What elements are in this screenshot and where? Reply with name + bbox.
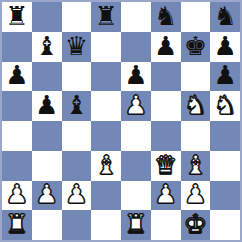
square-g8[interactable]	[181, 2, 211, 32]
square-a6[interactable]: ♟	[2, 62, 32, 92]
square-a8[interactable]: ♜	[2, 2, 32, 32]
white-pawn[interactable]: ♟	[65, 181, 88, 207]
square-f4[interactable]	[151, 121, 181, 151]
white-king[interactable]: ♚	[184, 211, 207, 237]
square-e6[interactable]: ♟	[121, 62, 151, 92]
square-e3[interactable]	[121, 151, 151, 181]
square-c3[interactable]	[62, 151, 92, 181]
black-queen[interactable]: ♛	[65, 33, 88, 59]
white-rook[interactable]: ♜	[5, 211, 28, 237]
square-a7[interactable]	[2, 32, 32, 62]
black-pawn[interactable]: ♟	[213, 33, 236, 59]
black-pawn[interactable]: ♟	[35, 92, 58, 118]
square-e1[interactable]: ♜	[121, 210, 151, 240]
square-d8[interactable]: ♜	[91, 2, 121, 32]
square-h2[interactable]	[210, 181, 240, 211]
square-c4[interactable]	[62, 121, 92, 151]
square-c1[interactable]	[62, 210, 92, 240]
square-b1[interactable]	[32, 210, 62, 240]
square-a3[interactable]	[2, 151, 32, 181]
square-b4[interactable]	[32, 121, 62, 151]
square-e4[interactable]	[121, 121, 151, 151]
square-d1[interactable]	[91, 210, 121, 240]
square-b6[interactable]	[32, 62, 62, 92]
square-g2[interactable]: ♟	[181, 181, 211, 211]
black-knight[interactable]: ♞	[213, 3, 236, 29]
square-b7[interactable]: ♝	[32, 32, 62, 62]
square-g4[interactable]	[181, 121, 211, 151]
square-e8[interactable]	[121, 2, 151, 32]
square-h5[interactable]: ♞	[210, 91, 240, 121]
square-c5[interactable]: ♝	[62, 91, 92, 121]
white-pawn[interactable]: ♟	[124, 92, 147, 118]
square-f7[interactable]: ♟	[151, 32, 181, 62]
square-g6[interactable]	[181, 62, 211, 92]
white-knight[interactable]: ♞	[184, 92, 207, 118]
square-h4[interactable]	[210, 121, 240, 151]
square-g1[interactable]: ♚	[181, 210, 211, 240]
black-bishop[interactable]: ♝	[35, 33, 58, 59]
square-d6[interactable]	[91, 62, 121, 92]
square-d3[interactable]: ♝	[91, 151, 121, 181]
square-g3[interactable]: ♝	[181, 151, 211, 181]
square-c7[interactable]: ♛	[62, 32, 92, 62]
square-b3[interactable]	[32, 151, 62, 181]
white-knight[interactable]: ♞	[213, 92, 236, 118]
black-rook[interactable]: ♜	[5, 3, 28, 29]
black-king[interactable]: ♚	[184, 33, 207, 59]
square-c6[interactable]	[62, 62, 92, 92]
square-f6[interactable]	[151, 62, 181, 92]
white-pawn[interactable]: ♟	[154, 181, 177, 207]
square-c8[interactable]	[62, 2, 92, 32]
black-pawn[interactable]: ♟	[154, 33, 177, 59]
white-bishop[interactable]: ♝	[94, 152, 117, 178]
black-knight[interactable]: ♞	[154, 3, 177, 29]
square-d5[interactable]	[91, 91, 121, 121]
white-rook[interactable]: ♜	[124, 211, 147, 237]
square-e5[interactable]: ♟	[121, 91, 151, 121]
square-g5[interactable]: ♞	[181, 91, 211, 121]
square-f5[interactable]	[151, 91, 181, 121]
square-f3[interactable]: ♛	[151, 151, 181, 181]
square-b2[interactable]: ♟	[32, 181, 62, 211]
white-pawn[interactable]: ♟	[35, 181, 58, 207]
square-g7[interactable]: ♚	[181, 32, 211, 62]
black-pawn[interactable]: ♟	[5, 62, 28, 88]
square-f1[interactable]	[151, 210, 181, 240]
square-h8[interactable]: ♞	[210, 2, 240, 32]
square-d4[interactable]	[91, 121, 121, 151]
white-bishop[interactable]: ♝	[184, 152, 207, 178]
chess-board: ♜♜♞♞♝♛♟♚♟♟♟♟♟♝♟♞♞♝♛♝♟♟♟♟♟♜♜♚	[0, 0, 242, 242]
square-a4[interactable]	[2, 121, 32, 151]
square-d2[interactable]	[91, 181, 121, 211]
square-h3[interactable]	[210, 151, 240, 181]
white-queen[interactable]: ♛	[154, 152, 177, 178]
square-b8[interactable]	[32, 2, 62, 32]
square-d7[interactable]	[91, 32, 121, 62]
black-pawn[interactable]: ♟	[213, 62, 236, 88]
square-a5[interactable]	[2, 91, 32, 121]
square-f2[interactable]: ♟	[151, 181, 181, 211]
black-pawn[interactable]: ♟	[124, 62, 147, 88]
black-rook[interactable]: ♜	[94, 3, 117, 29]
square-a1[interactable]: ♜	[2, 210, 32, 240]
square-e7[interactable]	[121, 32, 151, 62]
chess-app: ♜♜♞♞♝♛♟♚♟♟♟♟♟♝♟♞♞♝♛♝♟♟♟♟♟♜♜♚	[0, 0, 242, 242]
square-a2[interactable]: ♟	[2, 181, 32, 211]
white-pawn[interactable]: ♟	[184, 181, 207, 207]
square-e2[interactable]	[121, 181, 151, 211]
square-f8[interactable]: ♞	[151, 2, 181, 32]
square-h1[interactable]	[210, 210, 240, 240]
square-b5[interactable]: ♟	[32, 91, 62, 121]
white-pawn[interactable]: ♟	[5, 181, 28, 207]
square-c2[interactable]: ♟	[62, 181, 92, 211]
square-h7[interactable]: ♟	[210, 32, 240, 62]
square-h6[interactable]: ♟	[210, 62, 240, 92]
black-bishop[interactable]: ♝	[65, 92, 88, 118]
